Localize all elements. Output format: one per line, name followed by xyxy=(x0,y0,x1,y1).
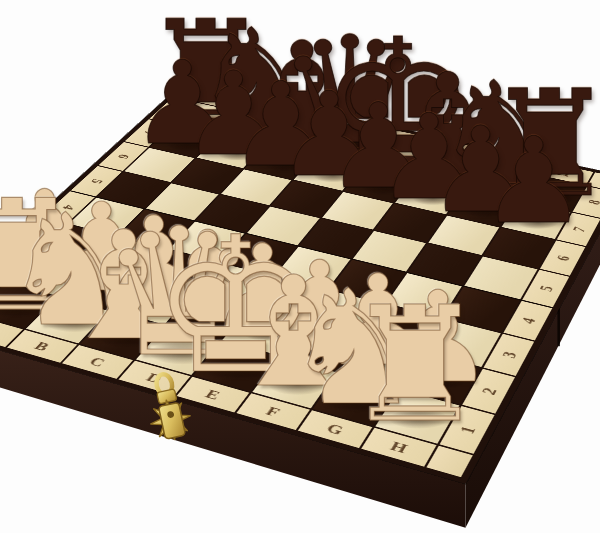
chess-board: ABCDEFGH8877665544332211ABCDEFGH xyxy=(0,83,600,484)
clasp-hasp xyxy=(159,402,186,439)
clasp-keyhole xyxy=(167,410,175,418)
chess-set-photo: ABCDEFGH8877665544332211ABCDEFGH ♜♞♝♟♛♟♚… xyxy=(0,0,600,533)
board-grid: ABCDEFGH8877665544332211ABCDEFGH xyxy=(0,86,600,477)
